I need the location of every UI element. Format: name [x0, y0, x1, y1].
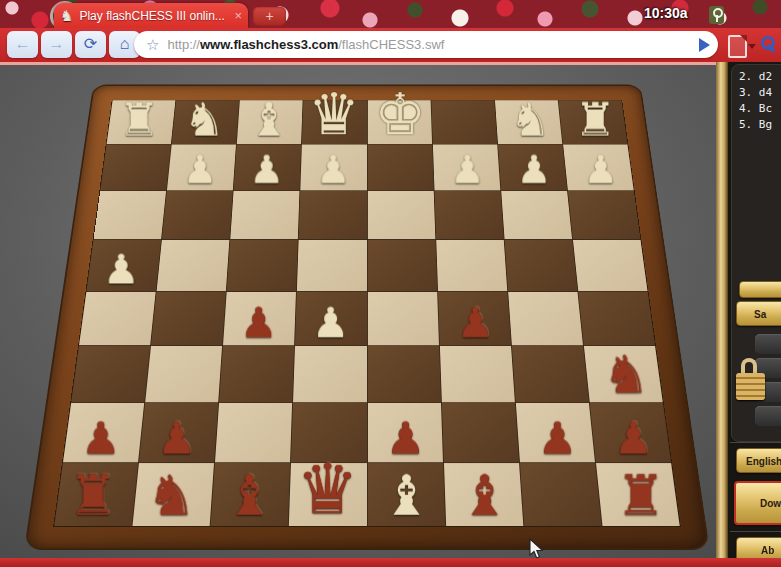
reload-button[interactable]: ⟳: [75, 31, 106, 58]
new-tab-button[interactable]: +: [253, 7, 286, 26]
square-c5[interactable]: [227, 240, 298, 291]
chess-board-grid: ♜♞♝♛♚♞♜♟♟♟♟♟♟♟♟♟♟♞♟♟♟♟♟♜♞♝♛♝♝♜: [53, 100, 681, 527]
piece-black-pawn-h7[interactable]: ♟: [568, 150, 634, 189]
download-button[interactable]: Dow: [734, 481, 781, 525]
square-b7[interactable]: ♟: [167, 145, 236, 191]
square-e5[interactable]: [367, 240, 436, 291]
square-c8[interactable]: ♝: [237, 100, 303, 144]
address-bar[interactable]: ☆ http://www.flashchess3.com/flashCHESS3…: [134, 31, 718, 58]
tab-favicon-knight-icon: ♞: [60, 8, 73, 23]
square-d5[interactable]: [297, 240, 366, 291]
save-button[interactable]: Sa: [736, 301, 781, 326]
piece-black-queen-d8[interactable]: ♛: [302, 85, 366, 143]
square-c7[interactable]: ♟: [234, 145, 302, 191]
square-e3[interactable]: [367, 346, 440, 402]
square-h4[interactable]: [578, 292, 655, 345]
square-e6[interactable]: [367, 191, 435, 239]
square-f4[interactable]: ♟: [438, 292, 511, 345]
piece-black-pawn-g7[interactable]: ♟: [501, 150, 567, 189]
piece-white-pawn-f4[interactable]: ♟: [439, 302, 510, 344]
piece-white-pawn-b2[interactable]: ♟: [139, 416, 214, 460]
square-h8[interactable]: ♜: [558, 100, 627, 144]
piece-white-bishop-f1[interactable]: ♝: [446, 469, 523, 524]
level-list-item[interactable]: [755, 334, 781, 354]
square-h2[interactable]: ♟: [590, 403, 671, 462]
square-f7[interactable]: ♟: [433, 145, 501, 191]
download-button-label: Dow: [736, 498, 781, 509]
sidebar-divider: [730, 531, 781, 532]
piece-white-pawn-e2[interactable]: ♟: [367, 416, 442, 460]
square-b4[interactable]: [151, 292, 226, 345]
square-a2[interactable]: ♟: [63, 403, 144, 462]
square-d1[interactable]: ♛: [289, 463, 366, 526]
square-d3[interactable]: [293, 346, 366, 402]
square-b8[interactable]: ♞: [172, 100, 239, 144]
square-e2[interactable]: ♟: [367, 403, 442, 462]
move-entry: 5. Bg: [739, 117, 781, 133]
chess-board-3d: ♜♞♝♛♚♞♜♟♟♟♟♟♟♟♟♟♟♞♟♟♟♟♟♜♞♝♛♝♝♜: [24, 85, 710, 550]
square-e1[interactable]: ♝: [367, 463, 444, 526]
page-menu-caret-icon[interactable]: [748, 44, 756, 49]
url-text[interactable]: http://www.flashchess3.com/flashCHESS3.s…: [167, 37, 693, 52]
square-a5[interactable]: ♟: [87, 240, 162, 291]
piece-white-pawn-g2[interactable]: ♟: [520, 416, 595, 460]
browser-tab[interactable]: ♞ Play flashCHESS III onlin... ×: [54, 3, 248, 28]
padlock-icon: [736, 358, 766, 402]
square-c3[interactable]: [219, 346, 294, 402]
square-a1[interactable]: ♜: [54, 463, 138, 526]
back-button[interactable]: ←: [7, 31, 38, 58]
move-entry: 3. d4: [739, 85, 781, 101]
page-content: ♜♞♝♛♚♞♜♟♟♟♟♟♟♟♟♟♟♞♟♟♟♟♟♜♞♝♛♝♝♜ 2. d2 3. …: [0, 62, 781, 558]
square-d8[interactable]: ♛: [302, 100, 366, 144]
square-a4[interactable]: [79, 292, 156, 345]
browser-window: ♞ Play flashCHESS III onlin... × + 10:30…: [0, 0, 781, 567]
square-a6[interactable]: [94, 191, 167, 239]
square-b6[interactable]: [162, 191, 233, 239]
square-g1[interactable]: [520, 463, 602, 526]
piece-black-bishop-e1[interactable]: ♝: [367, 469, 444, 524]
square-g7[interactable]: ♟: [498, 145, 567, 191]
system-clock: 10:30a: [644, 5, 688, 21]
square-e7[interactable]: [367, 145, 433, 191]
square-f8[interactable]: [431, 100, 497, 144]
keyring-icon: [709, 6, 724, 24]
level-list-item[interactable]: [755, 406, 781, 426]
move-entry: 4. Bc: [739, 101, 781, 117]
square-g8[interactable]: ♞: [495, 100, 562, 144]
piece-white-knight-h3[interactable]: ♞: [589, 348, 662, 400]
square-c6[interactable]: [230, 191, 299, 239]
square-h7[interactable]: ♟: [563, 145, 634, 191]
url-protocol: http://: [167, 37, 200, 52]
piece-white-queen-d1[interactable]: ♛: [289, 455, 366, 524]
square-a8[interactable]: ♜: [107, 100, 176, 144]
sidebar-divider: [730, 442, 781, 443]
square-b2[interactable]: ♟: [139, 403, 218, 462]
tab-close-icon[interactable]: ×: [234, 9, 242, 22]
wrench-menu-icon[interactable]: [761, 36, 777, 52]
square-g4[interactable]: [508, 292, 583, 345]
square-e8[interactable]: ♚: [367, 100, 431, 144]
square-g6[interactable]: [501, 191, 572, 239]
square-f3[interactable]: [440, 346, 515, 402]
piece-black-pawn-d7[interactable]: ♟: [301, 150, 367, 189]
square-a3[interactable]: [71, 346, 150, 402]
piece-white-knight-b1[interactable]: ♞: [133, 469, 210, 524]
piece-white-pawn-h2[interactable]: ♟: [596, 416, 671, 460]
square-h6[interactable]: [568, 191, 641, 239]
url-domain: www.flashchess3.com: [200, 37, 338, 52]
square-b3[interactable]: [145, 346, 222, 402]
square-f6[interactable]: [434, 191, 503, 239]
piece-black-rook-a8[interactable]: ♜: [107, 97, 171, 143]
square-d6[interactable]: [299, 191, 367, 239]
square-g3[interactable]: [512, 346, 589, 402]
piece-black-pawn-a5[interactable]: ♟: [87, 249, 156, 290]
square-d4[interactable]: ♟: [295, 292, 366, 345]
piece-black-pawn-f7[interactable]: ♟: [434, 150, 500, 189]
url-path: /flashCHESS3.swf: [338, 37, 444, 52]
save-button-label: Sa: [737, 308, 781, 319]
square-a7[interactable]: [100, 145, 171, 191]
go-arrow-icon[interactable]: [699, 38, 710, 52]
square-h3[interactable]: ♞: [584, 346, 663, 402]
piece-black-pawn-b7[interactable]: ♟: [167, 150, 233, 189]
page-menu-icon[interactable]: [728, 35, 747, 58]
mouse-cursor: [528, 538, 544, 558]
piece-white-pawn-a2[interactable]: ♟: [63, 416, 138, 460]
about-button-label: Ab: [737, 545, 781, 556]
move-entry: 2. d2: [739, 69, 781, 85]
square-d7[interactable]: ♟: [301, 145, 367, 191]
piece-black-knight-b8[interactable]: ♞: [172, 97, 236, 143]
language-button[interactable]: English: [736, 448, 781, 473]
piece-black-knight-g8[interactable]: ♞: [498, 97, 562, 143]
square-h5[interactable]: [573, 240, 648, 291]
square-f5[interactable]: [436, 240, 507, 291]
flash-top-border: [0, 62, 781, 65]
square-f1[interactable]: ♝: [444, 463, 523, 526]
square-c4[interactable]: ♟: [223, 292, 296, 345]
square-b5[interactable]: [157, 240, 230, 291]
square-b1[interactable]: ♞: [133, 463, 215, 526]
square-e4[interactable]: [367, 292, 438, 345]
piece-white-rook-h1[interactable]: ♜: [602, 469, 679, 524]
about-button[interactable]: Ab: [736, 537, 781, 558]
piece-white-bishop-c1[interactable]: ♝: [211, 469, 288, 524]
piece-black-king-e8[interactable]: ♚: [367, 85, 431, 143]
sidebar-button-top[interactable]: [739, 281, 781, 298]
square-g5[interactable]: [504, 240, 577, 291]
square-h1[interactable]: ♜: [596, 463, 680, 526]
bookmark-star-icon[interactable]: ☆: [146, 36, 159, 54]
piece-black-bishop-c8[interactable]: ♝: [237, 97, 301, 143]
tab-title: Play flashCHESS III onlin...: [79, 9, 230, 23]
piece-black-pawn-d4[interactable]: ♟: [295, 302, 366, 344]
piece-white-pawn-c4[interactable]: ♟: [223, 302, 294, 344]
sidebar-gold-edge: [716, 62, 728, 558]
piece-black-pawn-c7[interactable]: ♟: [234, 150, 300, 189]
language-button-label: English: [737, 455, 781, 466]
piece-black-rook-h8[interactable]: ♜: [563, 97, 627, 143]
square-g2[interactable]: ♟: [516, 403, 595, 462]
piece-white-rook-a1[interactable]: ♜: [55, 469, 132, 524]
window-bottom-border: [0, 558, 781, 567]
forward-button[interactable]: →: [41, 31, 72, 58]
square-c1[interactable]: ♝: [211, 463, 290, 526]
